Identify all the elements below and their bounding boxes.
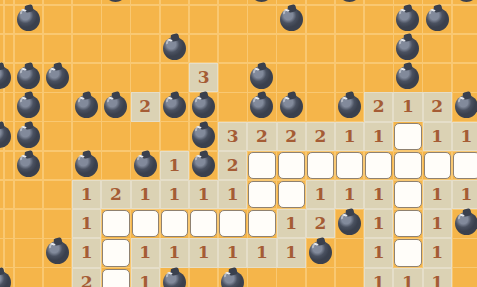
cell-r4-c5[interactable]: 2 [131, 92, 160, 121]
cell-number: 2 [314, 128, 326, 145]
cell-r4-c10[interactable] [277, 92, 306, 121]
cell-number: 1 [460, 186, 472, 203]
cell-r6-c12[interactable] [335, 151, 364, 180]
bomb-icon [455, 0, 477, 2]
cell-number: 2 [81, 274, 93, 287]
cell-r1-c11[interactable] [306, 5, 335, 34]
cell-r5-c6[interactable] [160, 122, 189, 151]
cell-r8-c14[interactable] [393, 209, 422, 238]
cell-r4-c12[interactable] [335, 92, 364, 121]
cell-r5-c11[interactable]: 2 [306, 122, 335, 151]
cell-r4-c3[interactable] [72, 92, 101, 121]
cell-number: 1 [314, 186, 326, 203]
cell-r6-c16[interactable] [452, 151, 477, 180]
cell-r3-c12[interactable] [335, 63, 364, 92]
cell-number: 1 [168, 244, 180, 261]
cell-r1-c9[interactable] [247, 5, 276, 34]
cell-r3-c16[interactable] [452, 63, 477, 92]
cell-r5-c0[interactable] [0, 122, 14, 151]
cell-number: 1 [139, 186, 151, 203]
cell-number: 1 [431, 128, 443, 145]
cell-r4-c2[interactable] [43, 92, 72, 121]
cell-number: 1 [373, 186, 385, 203]
bomb-icon [46, 241, 69, 264]
cell-r9-c1[interactable] [14, 238, 43, 267]
bomb-icon [17, 154, 40, 177]
cell-r9-c3[interactable]: 1 [72, 238, 101, 267]
bomb-icon [280, 95, 303, 118]
cell-number: 1 [373, 274, 385, 287]
cell-r10-c15[interactable]: 1 [423, 268, 452, 287]
cell-r2-c2[interactable] [43, 34, 72, 63]
cell-r4-c16[interactable] [452, 92, 477, 121]
cell-r2-c16[interactable] [452, 34, 477, 63]
cell-r7-c5[interactable]: 1 [131, 180, 160, 209]
cell-number: 1 [402, 98, 414, 115]
cell-r8-c9[interactable] [247, 209, 276, 238]
bomb-icon [338, 212, 361, 235]
cell-r4-c15[interactable]: 2 [423, 92, 452, 121]
cell-r3-c3[interactable] [72, 63, 101, 92]
cell-r7-c14[interactable] [393, 180, 422, 209]
cell-r1-c6[interactable] [160, 5, 189, 34]
cell-r8-c5[interactable] [131, 209, 160, 238]
cell-r2-c9[interactable] [247, 34, 276, 63]
cell-number: 1 [139, 274, 151, 287]
cell-r3-c15[interactable] [423, 63, 452, 92]
cell-r1-c2[interactable] [43, 5, 72, 34]
cell-r2-c6[interactable] [160, 34, 189, 63]
cell-r1-c7[interactable] [189, 5, 218, 34]
bomb-icon [134, 154, 157, 177]
cell-r6-c1[interactable] [14, 151, 43, 180]
cell-r1-c4[interactable] [101, 5, 130, 34]
cell-r1-c16[interactable] [452, 5, 477, 34]
cell-r7-c2[interactable] [43, 180, 72, 209]
cell-r8-c7[interactable] [189, 209, 218, 238]
bomb-icon [338, 0, 361, 2]
cell-r6-c0[interactable] [0, 151, 14, 180]
cell-r4-c7[interactable] [189, 92, 218, 121]
cell-r4-c11[interactable] [306, 92, 335, 121]
cell-r10-c1[interactable] [14, 268, 43, 287]
bomb-icon [17, 125, 40, 148]
blank-tile [394, 181, 421, 208]
blank-tile [219, 210, 246, 237]
cell-r6-c5[interactable] [131, 151, 160, 180]
cell-r5-c1[interactable] [14, 122, 43, 151]
cell-r7-c6[interactable]: 1 [160, 180, 189, 209]
cell-r2-c15[interactable] [423, 34, 452, 63]
cell-r5-c14[interactable] [393, 122, 422, 151]
cell-r2-c10[interactable] [277, 34, 306, 63]
cell-r7-c16[interactable]: 1 [452, 180, 477, 209]
cell-r9-c7[interactable]: 1 [189, 238, 218, 267]
cell-r4-c8[interactable] [218, 92, 247, 121]
cell-r1-c15[interactable] [423, 5, 452, 34]
cell-number: 1 [431, 244, 443, 261]
cell-r8-c0[interactable] [0, 209, 14, 238]
cell-number: 1 [81, 215, 93, 232]
cell-r3-c9[interactable] [247, 63, 276, 92]
cell-r8-c3[interactable]: 1 [72, 209, 101, 238]
blank-tile [453, 152, 477, 179]
minesweeper-board: 3221232221111121211111111111211111111111… [0, 0, 477, 287]
cell-r10-c11[interactable] [306, 268, 335, 287]
cell-r9-c2[interactable] [43, 238, 72, 267]
cell-r1-c0[interactable] [0, 5, 14, 34]
bomb-icon [104, 95, 127, 118]
cell-r9-c4[interactable] [101, 238, 130, 267]
cell-r3-c2[interactable] [43, 63, 72, 92]
cell-r3-c13[interactable] [364, 63, 393, 92]
cell-r1-c3[interactable] [72, 5, 101, 34]
cell-r9-c10[interactable]: 1 [277, 238, 306, 267]
cell-r2-c14[interactable] [393, 34, 422, 63]
blank-tile [394, 123, 421, 150]
cell-number: 1 [198, 186, 210, 203]
cell-r5-c4[interactable] [101, 122, 130, 151]
bomb-icon [0, 271, 11, 287]
bomb-icon [75, 95, 98, 118]
cell-r10-c5[interactable]: 1 [131, 268, 160, 287]
blank-tile [394, 210, 421, 237]
cell-r6-c15[interactable] [423, 151, 452, 180]
cell-r9-c13[interactable]: 1 [364, 238, 393, 267]
cell-r6-c7[interactable] [189, 151, 218, 180]
cell-number: 1 [168, 157, 180, 174]
blank-tile [278, 152, 305, 179]
blank-tile [102, 210, 129, 237]
cell-r1-c5[interactable] [131, 5, 160, 34]
cell-number: 1 [168, 186, 180, 203]
bomb-icon [17, 66, 40, 89]
cell-r6-c14[interactable] [393, 151, 422, 180]
cell-number: 1 [431, 274, 443, 287]
bomb-icon [17, 8, 40, 31]
cell-r3-c7[interactable]: 3 [189, 63, 218, 92]
cell-r7-c10[interactable] [277, 180, 306, 209]
cell-r7-c8[interactable]: 1 [218, 180, 247, 209]
blank-tile [424, 152, 451, 179]
cell-r9-c5[interactable]: 1 [131, 238, 160, 267]
cell-number: 1 [373, 244, 385, 261]
bomb-icon [0, 125, 11, 148]
cell-r4-c6[interactable] [160, 92, 189, 121]
cell-r3-c0[interactable] [0, 63, 14, 92]
cell-r4-c13[interactable]: 2 [364, 92, 393, 121]
cell-r6-c8[interactable]: 2 [218, 151, 247, 180]
cell-r8-c1[interactable] [14, 209, 43, 238]
bomb-icon [250, 0, 273, 2]
cell-r7-c1[interactable] [14, 180, 43, 209]
cell-r5-c3[interactable] [72, 122, 101, 151]
cell-r3-c1[interactable] [14, 63, 43, 92]
cell-r8-c15[interactable]: 1 [423, 209, 452, 238]
cell-r5-c10[interactable]: 2 [277, 122, 306, 151]
cell-r10-c13[interactable]: 1 [364, 268, 393, 287]
bomb-icon [250, 66, 273, 89]
cell-r6-c6[interactable]: 1 [160, 151, 189, 180]
cell-r2-c11[interactable] [306, 34, 335, 63]
cell-r7-c12[interactable]: 1 [335, 180, 364, 209]
blank-tile [132, 210, 159, 237]
blank-tile [102, 239, 129, 266]
blank-tile [248, 152, 275, 179]
blank-tile [307, 152, 334, 179]
cell-r3-c4[interactable] [101, 63, 130, 92]
bomb-icon [192, 95, 215, 118]
cell-number: 1 [344, 128, 356, 145]
cell-number: 3 [227, 128, 239, 145]
blank-tile [365, 152, 392, 179]
cell-r3-c5[interactable] [131, 63, 160, 92]
bomb-icon [426, 8, 449, 31]
cell-number: 1 [402, 274, 414, 287]
cell-r1-c10[interactable] [277, 5, 306, 34]
cell-r5-c15[interactable]: 1 [423, 122, 452, 151]
cell-r8-c12[interactable] [335, 209, 364, 238]
cell-r9-c6[interactable]: 1 [160, 238, 189, 267]
bomb-icon [250, 95, 273, 118]
cell-r8-c2[interactable] [43, 209, 72, 238]
cell-r2-c7[interactable] [189, 34, 218, 63]
cell-r7-c4[interactable]: 2 [101, 180, 130, 209]
cell-r4-c0[interactable] [0, 92, 14, 121]
bomb-icon [455, 95, 477, 118]
cell-r2-c1[interactable] [14, 34, 43, 63]
cell-number: 1 [431, 215, 443, 232]
bomb-icon [104, 0, 127, 2]
cell-r8-c4[interactable] [101, 209, 130, 238]
cell-r4-c1[interactable] [14, 92, 43, 121]
cell-r8-c11[interactable]: 2 [306, 209, 335, 238]
bomb-icon [163, 271, 186, 287]
cell-number: 1 [198, 244, 210, 261]
bomb-icon [0, 66, 11, 89]
cell-r10-c6[interactable] [160, 268, 189, 287]
cell-r5-c12[interactable]: 1 [335, 122, 364, 151]
cell-r9-c16[interactable] [452, 238, 477, 267]
cell-r6-c10[interactable] [277, 151, 306, 180]
blank-tile [394, 152, 421, 179]
cell-r1-c13[interactable] [364, 5, 393, 34]
cell-r3-c8[interactable] [218, 63, 247, 92]
bomb-icon [75, 154, 98, 177]
cell-r5-c5[interactable] [131, 122, 160, 151]
bomb-icon [396, 66, 419, 89]
cell-r7-c3[interactable]: 1 [72, 180, 101, 209]
bomb-icon [396, 8, 419, 31]
cell-r4-c4[interactable] [101, 92, 130, 121]
cell-r5-c7[interactable] [189, 122, 218, 151]
cell-r8-c10[interactable]: 1 [277, 209, 306, 238]
cell-number: 1 [81, 244, 93, 261]
cell-number: 2 [139, 98, 151, 115]
cell-r5-c2[interactable] [43, 122, 72, 151]
cell-number: 1 [373, 128, 385, 145]
cell-r8-c6[interactable] [160, 209, 189, 238]
cell-r4-c14[interactable]: 1 [393, 92, 422, 121]
cell-r10-c4[interactable] [101, 268, 130, 287]
cell-r8-c13[interactable]: 1 [364, 209, 393, 238]
cell-r6-c9[interactable] [247, 151, 276, 180]
cell-r8-c8[interactable] [218, 209, 247, 238]
cell-number: 2 [431, 98, 443, 115]
cell-r3-c14[interactable] [393, 63, 422, 92]
blank-tile [161, 210, 188, 237]
cell-number: 2 [110, 186, 122, 203]
cell-r6-c4[interactable] [101, 151, 130, 180]
cell-r8-c16[interactable] [452, 209, 477, 238]
cell-r9-c12[interactable] [335, 238, 364, 267]
cell-number: 1 [285, 215, 297, 232]
bomb-icon [396, 37, 419, 60]
cell-number: 2 [373, 98, 385, 115]
cell-r5-c13[interactable]: 1 [364, 122, 393, 151]
blank-tile [336, 152, 363, 179]
cell-number: 2 [314, 215, 326, 232]
cell-r5-c8[interactable]: 3 [218, 122, 247, 151]
cell-r10-c14[interactable]: 1 [393, 268, 422, 287]
cell-r2-c4[interactable] [101, 34, 130, 63]
cell-number: 2 [256, 128, 268, 145]
cell-r5-c9[interactable]: 2 [247, 122, 276, 151]
cell-r1-c14[interactable] [393, 5, 422, 34]
cell-r2-c5[interactable] [131, 34, 160, 63]
cell-r10-c12[interactable] [335, 268, 364, 287]
cell-r10-c8[interactable] [218, 268, 247, 287]
cell-r2-c13[interactable] [364, 34, 393, 63]
bomb-icon [192, 125, 215, 148]
blank-tile [248, 181, 275, 208]
cell-number: 2 [285, 128, 297, 145]
cell-r10-c10[interactable] [277, 268, 306, 287]
cell-r7-c13[interactable]: 1 [364, 180, 393, 209]
cell-r10-c7[interactable] [189, 268, 218, 287]
bomb-icon [17, 95, 40, 118]
cell-r1-c12[interactable] [335, 5, 364, 34]
bomb-icon [192, 154, 215, 177]
cell-number: 1 [227, 186, 239, 203]
cell-r9-c11[interactable] [306, 238, 335, 267]
cell-number: 3 [198, 69, 210, 86]
cell-number: 1 [431, 186, 443, 203]
cell-r9-c14[interactable] [393, 238, 422, 267]
cell-r1-c1[interactable] [14, 5, 43, 34]
blank-tile [248, 210, 275, 237]
cell-r3-c10[interactable] [277, 63, 306, 92]
cell-number: 1 [227, 244, 239, 261]
bomb-icon [163, 37, 186, 60]
bomb-icon [163, 95, 186, 118]
cell-r3-c11[interactable] [306, 63, 335, 92]
cell-r10-c2[interactable] [43, 268, 72, 287]
cell-r7-c9[interactable] [247, 180, 276, 209]
cell-number: 1 [256, 244, 268, 261]
cell-r9-c8[interactable]: 1 [218, 238, 247, 267]
bomb-icon [338, 95, 361, 118]
bomb-icon [221, 271, 244, 287]
cell-number: 1 [139, 244, 151, 261]
blank-tile [190, 210, 217, 237]
cell-r6-c3[interactable] [72, 151, 101, 180]
blank-tile [278, 181, 305, 208]
cell-number: 1 [344, 186, 356, 203]
bomb-icon [46, 66, 69, 89]
cell-r6-c11[interactable] [306, 151, 335, 180]
bomb-icon [280, 8, 303, 31]
cell-number: 1 [460, 128, 472, 145]
cell-number: 1 [373, 215, 385, 232]
cell-r6-c2[interactable] [43, 151, 72, 180]
cell-r10-c16[interactable] [452, 268, 477, 287]
cell-r2-c3[interactable] [72, 34, 101, 63]
bomb-icon [309, 241, 332, 264]
cell-r2-c8[interactable] [218, 34, 247, 63]
blank-tile [102, 269, 129, 287]
blank-tile [394, 239, 421, 266]
cell-r6-c13[interactable] [364, 151, 393, 180]
cell-r10-c3[interactable]: 2 [72, 268, 101, 287]
cell-r3-c6[interactable] [160, 63, 189, 92]
bomb-icon [455, 212, 477, 235]
cell-r9-c9[interactable]: 1 [247, 238, 276, 267]
cell-r10-c0[interactable] [0, 268, 14, 287]
cell-r7-c11[interactable]: 1 [306, 180, 335, 209]
cell-r7-c7[interactable]: 1 [189, 180, 218, 209]
cell-r10-c9[interactable] [247, 268, 276, 287]
cell-r4-c9[interactable] [247, 92, 276, 121]
cell-number: 1 [285, 244, 297, 261]
cell-r7-c0[interactable] [0, 180, 14, 209]
cell-r2-c0[interactable] [0, 34, 14, 63]
cell-r5-c16[interactable]: 1 [452, 122, 477, 151]
cell-r7-c15[interactable]: 1 [423, 180, 452, 209]
cell-r2-c12[interactable] [335, 34, 364, 63]
cell-r1-c8[interactable] [218, 5, 247, 34]
cell-number: 1 [81, 186, 93, 203]
cell-r9-c15[interactable]: 1 [423, 238, 452, 267]
cell-r9-c0[interactable] [0, 238, 14, 267]
cell-number: 2 [227, 157, 239, 174]
